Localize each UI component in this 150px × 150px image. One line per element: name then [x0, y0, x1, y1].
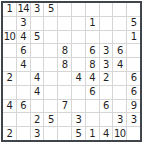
clue-cell-r1c2: 14	[17, 3, 30, 16]
empty-cell-r3c5[interactable]	[58, 31, 71, 44]
empty-cell-r7c8[interactable]	[100, 86, 113, 99]
empty-cell-r6c9[interactable]	[113, 72, 126, 85]
empty-cell-r7c4[interactable]	[44, 86, 57, 99]
clue-cell-r6c1: 2	[3, 72, 16, 85]
clue-cell-r7c3: 4	[31, 86, 44, 99]
empty-cell-r10c2[interactable]	[17, 127, 30, 140]
clue-cell-r4c7: 6	[86, 44, 99, 57]
empty-cell-r4c4[interactable]	[44, 44, 57, 57]
clue-cell-r7c7: 6	[86, 86, 99, 99]
empty-cell-r1c5[interactable]	[58, 3, 71, 16]
empty-cell-r2c5[interactable]	[58, 17, 71, 30]
puzzle-board: 1143531510451686364883424442646646769253…	[1, 1, 142, 142]
clue-cell-r8c8: 6	[100, 100, 113, 113]
clue-cell-r2c2: 3	[17, 17, 30, 30]
empty-cell-r5c10[interactable]	[127, 58, 140, 71]
empty-cell-r8c4[interactable]	[44, 100, 57, 113]
empty-cell-r1c9[interactable]	[113, 3, 126, 16]
empty-cell-r4c3[interactable]	[31, 44, 44, 57]
clue-cell-r6c10: 6	[127, 72, 140, 85]
clue-cell-r3c2: 4	[17, 31, 30, 44]
clue-cell-r9c9: 3	[113, 113, 126, 126]
clue-cell-r7c10: 6	[127, 86, 140, 99]
empty-cell-r9c1[interactable]	[3, 113, 16, 126]
empty-cell-r5c3[interactable]	[31, 58, 44, 71]
clue-cell-r10c7: 1	[86, 127, 99, 140]
clue-cell-r6c3: 4	[31, 72, 44, 85]
clue-cell-r5c8: 3	[100, 58, 113, 71]
empty-cell-r10c5[interactable]	[58, 127, 71, 140]
empty-cell-r1c6[interactable]	[72, 3, 85, 16]
empty-cell-r5c4[interactable]	[44, 58, 57, 71]
clue-cell-r4c9: 6	[113, 44, 126, 57]
clue-cell-r8c1: 4	[3, 100, 16, 113]
empty-cell-r3c9[interactable]	[113, 31, 126, 44]
clue-cell-r5c2: 4	[17, 58, 30, 71]
empty-cell-r2c8[interactable]	[100, 17, 113, 30]
empty-cell-r2c9[interactable]	[113, 17, 126, 30]
clue-cell-r6c6: 4	[72, 72, 85, 85]
clue-cell-r5c7: 8	[86, 58, 99, 71]
clue-cell-r1c4: 5	[44, 3, 57, 16]
clue-cell-r9c6: 3	[72, 113, 85, 126]
empty-cell-r8c3[interactable]	[31, 100, 44, 113]
empty-cell-r10c4[interactable]	[44, 127, 57, 140]
empty-cell-r5c6[interactable]	[72, 58, 85, 71]
empty-cell-r8c9[interactable]	[113, 100, 126, 113]
clue-cell-r2c7: 1	[86, 17, 99, 30]
empty-cell-r2c6[interactable]	[72, 17, 85, 30]
empty-cell-r1c10[interactable]	[127, 3, 140, 16]
empty-cell-r7c2[interactable]	[17, 86, 30, 99]
clue-cell-r4c2: 6	[17, 44, 30, 57]
clue-cell-r4c5: 8	[58, 44, 71, 57]
empty-cell-r7c1[interactable]	[3, 86, 16, 99]
empty-cell-r7c6[interactable]	[72, 86, 85, 99]
clue-cell-r8c10: 9	[127, 100, 140, 113]
empty-cell-r6c2[interactable]	[17, 72, 30, 85]
clue-cell-r10c6: 5	[72, 127, 85, 140]
empty-cell-r4c6[interactable]	[72, 44, 85, 57]
empty-cell-r9c8[interactable]	[100, 113, 113, 126]
empty-cell-r7c5[interactable]	[58, 86, 71, 99]
clue-cell-r3c10: 1	[127, 31, 140, 44]
clue-cell-r6c8: 2	[100, 72, 113, 85]
clue-cell-r10c9: 10	[113, 127, 126, 140]
clue-cell-r8c2: 6	[17, 100, 30, 113]
empty-cell-r4c1[interactable]	[3, 44, 16, 57]
empty-cell-r8c7[interactable]	[86, 100, 99, 113]
clue-cell-r10c3: 3	[31, 127, 44, 140]
empty-cell-r3c6[interactable]	[72, 31, 85, 44]
clue-cell-r2c10: 5	[127, 17, 140, 30]
empty-cell-r2c4[interactable]	[44, 17, 57, 30]
empty-cell-r6c5[interactable]	[58, 72, 71, 85]
clue-cell-r5c5: 8	[58, 58, 71, 71]
empty-cell-r3c8[interactable]	[100, 31, 113, 44]
empty-cell-r10c10[interactable]	[127, 127, 140, 140]
clue-cell-r3c3: 5	[31, 31, 44, 44]
empty-cell-r2c1[interactable]	[3, 17, 16, 30]
empty-cell-r9c7[interactable]	[86, 113, 99, 126]
clue-cell-r8c5: 7	[58, 100, 71, 113]
empty-cell-r3c7[interactable]	[86, 31, 99, 44]
empty-cell-r9c2[interactable]	[17, 113, 30, 126]
clue-cell-r1c1: 1	[3, 3, 16, 16]
empty-cell-r7c9[interactable]	[113, 86, 126, 99]
clue-cell-r10c8: 4	[100, 127, 113, 140]
clue-cell-r9c3: 2	[31, 113, 44, 126]
clue-cell-r4c8: 3	[100, 44, 113, 57]
empty-cell-r4c10[interactable]	[127, 44, 140, 57]
empty-cell-r9c5[interactable]	[58, 113, 71, 126]
empty-cell-r5c1[interactable]	[3, 58, 16, 71]
empty-cell-r3c4[interactable]	[44, 31, 57, 44]
empty-cell-r1c8[interactable]	[100, 3, 113, 16]
empty-cell-r2c3[interactable]	[31, 17, 44, 30]
clue-cell-r9c4: 5	[44, 113, 57, 126]
clue-cell-r6c7: 4	[86, 72, 99, 85]
clue-cell-r10c1: 2	[3, 127, 16, 140]
clue-cell-r9c10: 3	[127, 113, 140, 126]
clue-cell-r1c3: 3	[31, 3, 44, 16]
clue-cell-r5c9: 4	[113, 58, 126, 71]
empty-cell-r8c6[interactable]	[72, 100, 85, 113]
empty-cell-r6c4[interactable]	[44, 72, 57, 85]
empty-cell-r1c7[interactable]	[86, 3, 99, 16]
clue-cell-r3c1: 10	[3, 31, 16, 44]
